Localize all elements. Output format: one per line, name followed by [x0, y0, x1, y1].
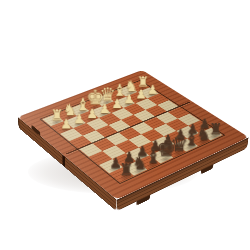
chess-board: ♜♞♝♚♛♝♞♜♟♟♟♟♟♟♟♟♟♟♟♟♟♟♟♟♜♞♝♚♛♝♞♜: [18, 70, 249, 200]
photo-canvas: ♜♞♝♚♛♝♞♜♟♟♟♟♟♟♟♟♟♟♟♟♟♟♟♟♜♞♝♚♛♝♞♜: [0, 0, 250, 250]
scene: ♜♞♝♚♛♝♞♜♟♟♟♟♟♟♟♟♟♟♟♟♟♟♟♟♜♞♝♚♛♝♞♜: [0, 0, 250, 250]
wood-sheen: [18, 70, 249, 200]
board-foot: [136, 195, 150, 206]
board-foot: [200, 165, 213, 175]
